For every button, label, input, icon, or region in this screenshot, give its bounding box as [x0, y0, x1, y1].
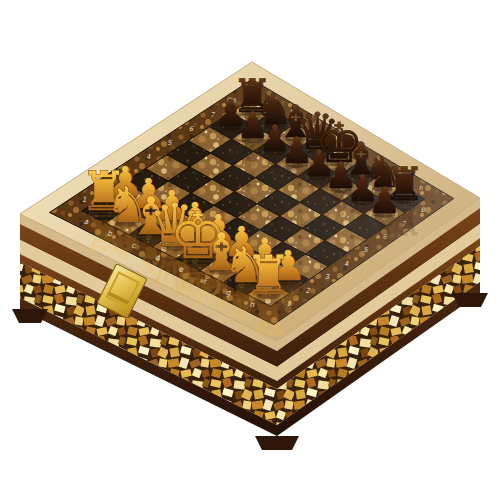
- box-foot: [12, 309, 48, 323]
- coordinate-label: 4: [344, 260, 349, 268]
- coordinate-label: 5: [167, 139, 172, 147]
- box-foot: [255, 436, 299, 450]
- coordinate-label: 3: [325, 273, 330, 281]
- piece-dark-pawn-h7[interactable]: ♟: [368, 179, 401, 222]
- amber-chess-set: aabbccddeeffgghh1122334455667788 ♜♜♞♞♟♟♝…: [0, 0, 500, 500]
- piece-light-rook-h1[interactable]: ♜: [244, 244, 293, 307]
- photo-canvas: aabbccddeeffgghh1122334455667788 ♜♜♞♞♟♟♝…: [0, 0, 500, 500]
- coordinate-label: 4: [146, 153, 151, 161]
